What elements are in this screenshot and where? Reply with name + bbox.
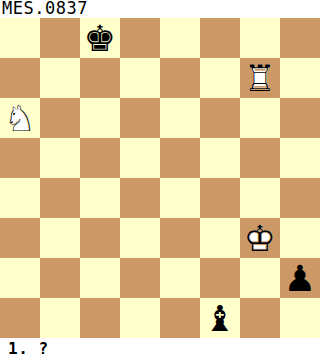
square-e5[interactable] bbox=[160, 138, 200, 178]
square-e4[interactable] bbox=[160, 178, 200, 218]
square-g6[interactable] bbox=[240, 98, 280, 138]
square-c4[interactable] bbox=[80, 178, 120, 218]
square-b1[interactable] bbox=[40, 298, 80, 338]
square-d1[interactable] bbox=[120, 298, 160, 338]
square-e8[interactable] bbox=[160, 18, 200, 58]
square-c3[interactable] bbox=[80, 218, 120, 258]
square-b3[interactable] bbox=[40, 218, 80, 258]
square-d3[interactable] bbox=[120, 218, 160, 258]
square-c2[interactable] bbox=[80, 258, 120, 298]
piece-white-rook: ♖ bbox=[240, 58, 280, 98]
square-g2[interactable] bbox=[240, 258, 280, 298]
square-a8[interactable] bbox=[0, 18, 40, 58]
square-c8[interactable]: ♚ bbox=[80, 18, 120, 58]
square-f2[interactable] bbox=[200, 258, 240, 298]
square-b2[interactable] bbox=[40, 258, 80, 298]
piece-black-pawn: ♟ bbox=[280, 258, 320, 298]
square-f3[interactable] bbox=[200, 218, 240, 258]
square-e7[interactable] bbox=[160, 58, 200, 98]
square-e6[interactable] bbox=[160, 98, 200, 138]
square-a3[interactable] bbox=[0, 218, 40, 258]
square-h7[interactable] bbox=[280, 58, 320, 98]
square-e1[interactable] bbox=[160, 298, 200, 338]
square-g1[interactable] bbox=[240, 298, 280, 338]
square-f1[interactable]: ♝ bbox=[200, 298, 240, 338]
square-g7[interactable]: ♜♖ bbox=[240, 58, 280, 98]
square-g8[interactable] bbox=[240, 18, 280, 58]
square-d8[interactable] bbox=[120, 18, 160, 58]
square-e2[interactable] bbox=[160, 258, 200, 298]
piece-white-knight: ♘ bbox=[0, 98, 40, 138]
square-e3[interactable] bbox=[160, 218, 200, 258]
square-b6[interactable] bbox=[40, 98, 80, 138]
square-a5[interactable] bbox=[0, 138, 40, 178]
square-b7[interactable] bbox=[40, 58, 80, 98]
square-g3[interactable]: ♚♔ bbox=[240, 218, 280, 258]
chess-board: ♚♜♖♞♘♚♔♟♝ bbox=[0, 18, 320, 338]
square-d2[interactable] bbox=[120, 258, 160, 298]
square-c6[interactable] bbox=[80, 98, 120, 138]
square-h3[interactable] bbox=[280, 218, 320, 258]
square-f8[interactable] bbox=[200, 18, 240, 58]
square-h1[interactable] bbox=[280, 298, 320, 338]
square-c5[interactable] bbox=[80, 138, 120, 178]
square-d6[interactable] bbox=[120, 98, 160, 138]
square-h8[interactable] bbox=[280, 18, 320, 58]
square-d7[interactable] bbox=[120, 58, 160, 98]
square-a6[interactable]: ♞♘ bbox=[0, 98, 40, 138]
piece-black-king: ♚ bbox=[80, 18, 120, 58]
square-g4[interactable] bbox=[240, 178, 280, 218]
square-h4[interactable] bbox=[280, 178, 320, 218]
square-h6[interactable] bbox=[280, 98, 320, 138]
square-f7[interactable] bbox=[200, 58, 240, 98]
square-f4[interactable] bbox=[200, 178, 240, 218]
move-prompt: 1. ? bbox=[0, 338, 320, 360]
puzzle-id: MES.0837 bbox=[0, 0, 320, 18]
piece-black-bishop: ♝ bbox=[200, 298, 240, 338]
square-d4[interactable] bbox=[120, 178, 160, 218]
square-a2[interactable] bbox=[0, 258, 40, 298]
square-b8[interactable] bbox=[40, 18, 80, 58]
square-a1[interactable] bbox=[0, 298, 40, 338]
square-c7[interactable] bbox=[80, 58, 120, 98]
square-h2[interactable]: ♟ bbox=[280, 258, 320, 298]
square-a7[interactable] bbox=[0, 58, 40, 98]
square-d5[interactable] bbox=[120, 138, 160, 178]
square-a4[interactable] bbox=[0, 178, 40, 218]
square-f5[interactable] bbox=[200, 138, 240, 178]
square-c1[interactable] bbox=[80, 298, 120, 338]
square-f6[interactable] bbox=[200, 98, 240, 138]
square-h5[interactable] bbox=[280, 138, 320, 178]
square-b4[interactable] bbox=[40, 178, 80, 218]
piece-white-king: ♔ bbox=[240, 218, 280, 258]
square-g5[interactable] bbox=[240, 138, 280, 178]
square-b5[interactable] bbox=[40, 138, 80, 178]
